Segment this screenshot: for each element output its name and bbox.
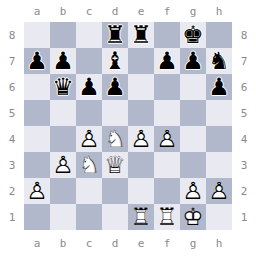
black-knight-icon: ♞ bbox=[206, 48, 232, 74]
square-e1[interactable]: ♜♖ bbox=[128, 204, 154, 230]
square-f1[interactable]: ♜♖ bbox=[154, 204, 180, 230]
white-queen-fill-icon: ♛ bbox=[102, 152, 128, 178]
square-c5[interactable] bbox=[76, 100, 102, 126]
white-knight-icon: ♘ bbox=[102, 126, 128, 152]
square-c6[interactable]: ♟ bbox=[76, 74, 102, 100]
rank-label-6: 6 bbox=[0, 74, 24, 100]
square-f2[interactable] bbox=[154, 178, 180, 204]
white-knight-fill-icon: ♞ bbox=[76, 152, 102, 178]
white-pawn-fill-icon: ♟ bbox=[154, 126, 180, 152]
black-king-icon: ♚ bbox=[180, 22, 206, 48]
square-g7[interactable]: ♟ bbox=[180, 48, 206, 74]
square-c3[interactable]: ♞♘ bbox=[76, 152, 102, 178]
square-d7[interactable]: ♝ bbox=[102, 48, 128, 74]
square-g2[interactable]: ♟♙ bbox=[180, 178, 206, 204]
square-a1[interactable] bbox=[24, 204, 50, 230]
file-label-h: h bbox=[206, 237, 232, 250]
square-f6[interactable] bbox=[154, 74, 180, 100]
rank-label-1: 1 bbox=[232, 204, 256, 230]
white-pawn-icon: ♙ bbox=[76, 126, 102, 152]
square-g8[interactable]: ♚ bbox=[180, 22, 206, 48]
square-h2[interactable]: ♟♙ bbox=[206, 178, 232, 204]
square-f8[interactable] bbox=[154, 22, 180, 48]
right-rank-labels: 87654321 bbox=[232, 22, 256, 230]
white-pawn-icon: ♙ bbox=[128, 126, 154, 152]
square-a7[interactable]: ♟ bbox=[24, 48, 50, 74]
square-e7[interactable] bbox=[128, 48, 154, 74]
square-a3[interactable] bbox=[24, 152, 50, 178]
file-label-a: a bbox=[24, 237, 50, 250]
white-pawn-icon: ♙ bbox=[154, 126, 180, 152]
file-label-c: c bbox=[76, 237, 102, 250]
square-g5[interactable] bbox=[180, 100, 206, 126]
file-label-f: f bbox=[154, 237, 180, 250]
square-d8[interactable]: ♜ bbox=[102, 22, 128, 48]
rank-label-3: 3 bbox=[0, 152, 24, 178]
rank-label-1: 1 bbox=[0, 204, 24, 230]
square-c8[interactable] bbox=[76, 22, 102, 48]
white-pawn-icon: ♙ bbox=[24, 178, 50, 204]
rank-label-8: 8 bbox=[0, 22, 24, 48]
file-label-e: e bbox=[128, 5, 154, 18]
white-rook-icon: ♖ bbox=[128, 204, 154, 230]
file-label-a: a bbox=[24, 5, 50, 18]
square-h1[interactable] bbox=[206, 204, 232, 230]
left-rank-labels: 87654321 bbox=[0, 22, 24, 230]
rank-label-3: 3 bbox=[232, 152, 256, 178]
black-queen-icon: ♛ bbox=[50, 74, 76, 100]
rank-label-6: 6 bbox=[232, 74, 256, 100]
chess-board: ♜♜♚♟♟♝♟♟♞♛♟♟♟♟♙♞♘♟♙♟♙♟♙♞♘♛♕♟♙♟♙♟♙♜♖♜♖♚♔ bbox=[24, 22, 232, 230]
rank-label-4: 4 bbox=[0, 126, 24, 152]
rank-label-2: 2 bbox=[232, 178, 256, 204]
square-b3[interactable]: ♟♙ bbox=[50, 152, 76, 178]
file-label-f: f bbox=[154, 5, 180, 18]
square-b2[interactable] bbox=[50, 178, 76, 204]
black-pawn-icon: ♟ bbox=[154, 48, 180, 74]
square-g6[interactable] bbox=[180, 74, 206, 100]
square-c2[interactable] bbox=[76, 178, 102, 204]
black-pawn-icon: ♟ bbox=[24, 48, 50, 74]
square-d6[interactable]: ♟ bbox=[102, 74, 128, 100]
square-d1[interactable] bbox=[102, 204, 128, 230]
square-b6[interactable]: ♛ bbox=[50, 74, 76, 100]
rank-label-5: 5 bbox=[232, 100, 256, 126]
square-h6[interactable]: ♟ bbox=[206, 74, 232, 100]
square-e8[interactable]: ♜ bbox=[128, 22, 154, 48]
bottom-file-labels: abcdefgh bbox=[24, 230, 232, 257]
black-pawn-icon: ♟ bbox=[102, 74, 128, 100]
square-d5[interactable] bbox=[102, 100, 128, 126]
file-label-d: d bbox=[102, 5, 128, 18]
square-f3[interactable] bbox=[154, 152, 180, 178]
file-label-b: b bbox=[50, 5, 76, 18]
square-f4[interactable]: ♟♙ bbox=[154, 126, 180, 152]
file-label-g: g bbox=[180, 237, 206, 250]
square-f5[interactable] bbox=[154, 100, 180, 126]
black-pawn-icon: ♟ bbox=[50, 48, 76, 74]
square-f7[interactable]: ♟ bbox=[154, 48, 180, 74]
square-h8[interactable] bbox=[206, 22, 232, 48]
rank-label-4: 4 bbox=[232, 126, 256, 152]
square-a4[interactable] bbox=[24, 126, 50, 152]
square-h5[interactable] bbox=[206, 100, 232, 126]
white-pawn-fill-icon: ♟ bbox=[206, 178, 232, 204]
square-g3[interactable] bbox=[180, 152, 206, 178]
white-pawn-icon: ♙ bbox=[206, 178, 232, 204]
black-bishop-icon: ♝ bbox=[102, 48, 128, 74]
square-e5[interactable] bbox=[128, 100, 154, 126]
square-b7[interactable]: ♟ bbox=[50, 48, 76, 74]
rank-label-7: 7 bbox=[232, 48, 256, 74]
square-g4[interactable] bbox=[180, 126, 206, 152]
white-pawn-fill-icon: ♟ bbox=[76, 126, 102, 152]
white-rook-icon: ♖ bbox=[154, 204, 180, 230]
square-b5[interactable] bbox=[50, 100, 76, 126]
square-a6[interactable] bbox=[24, 74, 50, 100]
white-knight-icon: ♘ bbox=[76, 152, 102, 178]
white-pawn-fill-icon: ♟ bbox=[180, 178, 206, 204]
square-e4[interactable]: ♟♙ bbox=[128, 126, 154, 152]
white-queen-icon: ♕ bbox=[102, 152, 128, 178]
square-c1[interactable] bbox=[76, 204, 102, 230]
black-rook-icon: ♜ bbox=[128, 22, 154, 48]
square-a2[interactable]: ♟♙ bbox=[24, 178, 50, 204]
rank-label-8: 8 bbox=[232, 22, 256, 48]
white-king-fill-icon: ♚ bbox=[180, 204, 206, 230]
white-pawn-fill-icon: ♟ bbox=[128, 126, 154, 152]
rank-label-5: 5 bbox=[0, 100, 24, 126]
file-label-d: d bbox=[102, 237, 128, 250]
black-pawn-icon: ♟ bbox=[180, 48, 206, 74]
rank-label-2: 2 bbox=[0, 178, 24, 204]
square-a5[interactable] bbox=[24, 100, 50, 126]
square-e6[interactable] bbox=[128, 74, 154, 100]
white-knight-fill-icon: ♞ bbox=[102, 126, 128, 152]
file-label-h: h bbox=[206, 5, 232, 18]
square-a8[interactable] bbox=[24, 22, 50, 48]
square-h7[interactable]: ♞ bbox=[206, 48, 232, 74]
black-pawn-icon: ♟ bbox=[206, 74, 232, 100]
square-b4[interactable] bbox=[50, 126, 76, 152]
white-rook-fill-icon: ♜ bbox=[154, 204, 180, 230]
file-label-c: c bbox=[76, 5, 102, 18]
white-pawn-icon: ♙ bbox=[50, 152, 76, 178]
top-file-labels: abcdefgh bbox=[24, 0, 232, 22]
square-d2[interactable] bbox=[102, 178, 128, 204]
square-c4[interactable]: ♟♙ bbox=[76, 126, 102, 152]
square-e2[interactable] bbox=[128, 178, 154, 204]
file-label-b: b bbox=[50, 237, 76, 250]
square-d3[interactable]: ♛♕ bbox=[102, 152, 128, 178]
black-pawn-icon: ♟ bbox=[76, 74, 102, 100]
white-pawn-fill-icon: ♟ bbox=[24, 178, 50, 204]
square-c7[interactable] bbox=[76, 48, 102, 74]
white-king-icon: ♔ bbox=[180, 204, 206, 230]
white-pawn-icon: ♙ bbox=[180, 178, 206, 204]
black-rook-icon: ♜ bbox=[102, 22, 128, 48]
chess-diagram: abcdefgh 87654321 ♜♜♚♟♟♝♟♟♞♛♟♟♟♟♙♞♘♟♙♟♙♟… bbox=[0, 0, 256, 257]
rank-label-7: 7 bbox=[0, 48, 24, 74]
square-h4[interactable] bbox=[206, 126, 232, 152]
square-b1[interactable] bbox=[50, 204, 76, 230]
square-h3[interactable] bbox=[206, 152, 232, 178]
file-label-e: e bbox=[128, 237, 154, 250]
white-rook-fill-icon: ♜ bbox=[128, 204, 154, 230]
square-e3[interactable] bbox=[128, 152, 154, 178]
square-g1[interactable]: ♚♔ bbox=[180, 204, 206, 230]
square-b8[interactable] bbox=[50, 22, 76, 48]
white-pawn-fill-icon: ♟ bbox=[50, 152, 76, 178]
file-label-g: g bbox=[180, 5, 206, 18]
square-d4[interactable]: ♞♘ bbox=[102, 126, 128, 152]
